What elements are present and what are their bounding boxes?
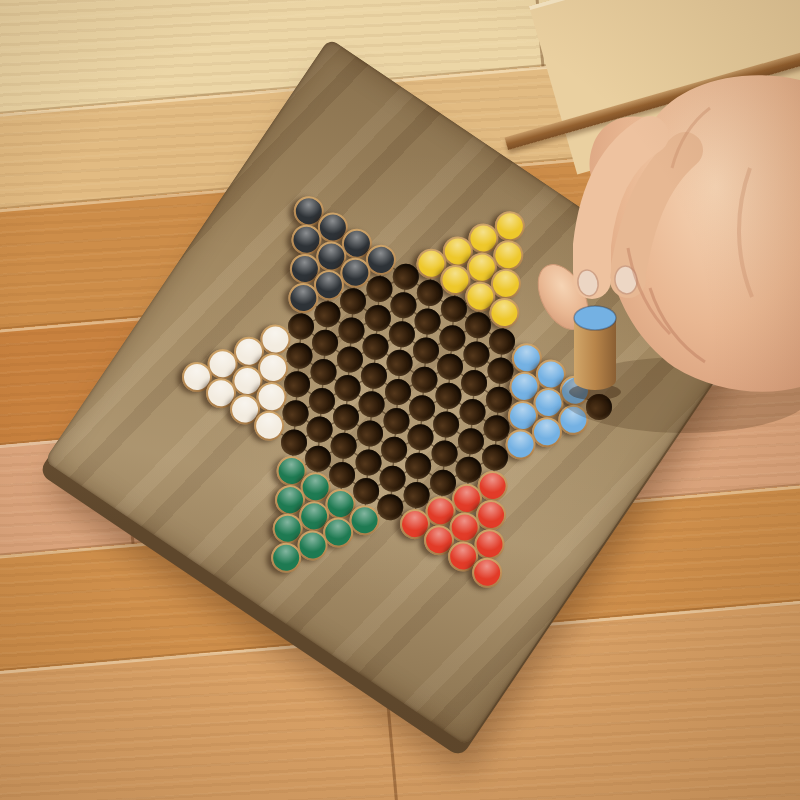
photo-scene xyxy=(0,0,800,800)
held-blue-peg[interactable] xyxy=(574,306,616,390)
hand-holding-peg xyxy=(500,50,800,440)
